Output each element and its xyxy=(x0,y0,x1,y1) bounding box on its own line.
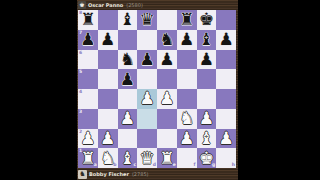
file-label-c: c xyxy=(134,163,137,168)
square-d7[interactable] xyxy=(137,30,157,50)
black-pawn-b7: ♟ xyxy=(98,30,118,50)
square-e6[interactable]: ♟ xyxy=(157,50,177,70)
white-queen-d1: ♛ xyxy=(137,148,157,168)
square-c1[interactable]: c♝ xyxy=(118,148,138,168)
player-bar[interactable]: ♞ Bobby Fischer (2785) xyxy=(77,168,238,180)
square-b2[interactable]: ♟ xyxy=(98,129,118,149)
square-a6[interactable]: 6 xyxy=(78,50,98,70)
opponent-name: Oscar Panno xyxy=(88,2,123,8)
opponent-bar[interactable]: ♚ Oscar Panno (2580) xyxy=(77,0,238,10)
square-a4[interactable]: 4 xyxy=(78,89,98,109)
knight-icon: ♞ xyxy=(78,170,87,179)
king-icon: ♚ xyxy=(78,1,86,9)
rank-label-4: 4 xyxy=(79,90,82,95)
square-e4[interactable]: ♟ xyxy=(157,89,177,109)
white-rook-e1: ♜ xyxy=(157,148,177,168)
black-pawn-a7: ♟ xyxy=(78,30,98,50)
square-h6[interactable] xyxy=(216,50,236,70)
square-e8[interactable] xyxy=(157,10,177,30)
black-bishop-c8: ♝ xyxy=(118,10,138,30)
square-b6[interactable] xyxy=(98,50,118,70)
black-queen-d8: ♛ xyxy=(137,10,157,30)
square-e1[interactable]: e♜ xyxy=(157,148,177,168)
chess-board[interactable]: 8♜♝♛♜♚7♟♟♞♟♝♟6♞♟♟♟5♟4♟♟3♟♞♟2♟♟♟♝♟1a♜b♞c♝… xyxy=(78,10,236,168)
player-name: Bobby Fischer xyxy=(89,171,129,177)
rank-label-5: 5 xyxy=(79,70,82,75)
square-h5[interactable] xyxy=(216,69,236,89)
white-pawn-b2: ♟ xyxy=(98,129,118,149)
square-d6[interactable]: ♟ xyxy=(137,50,157,70)
black-pawn-e6: ♟ xyxy=(157,50,177,70)
square-d4[interactable]: ♟ xyxy=(137,89,157,109)
black-king-g8: ♚ xyxy=(197,10,217,30)
square-b4[interactable] xyxy=(98,89,118,109)
file-label-g: g xyxy=(212,163,215,168)
rank-label-7: 7 xyxy=(79,31,82,36)
player-rating: (2785) xyxy=(132,171,149,177)
black-rook-a8: ♜ xyxy=(78,10,98,30)
square-h3[interactable] xyxy=(216,109,236,129)
file-label-b: b xyxy=(113,163,116,168)
square-g5[interactable] xyxy=(197,69,217,89)
rank-label-2: 2 xyxy=(79,130,82,135)
square-g8[interactable]: ♚ xyxy=(197,10,217,30)
square-c8[interactable]: ♝ xyxy=(118,10,138,30)
square-a1[interactable]: 1a♜ xyxy=(78,148,98,168)
opponent-rating: (2580) xyxy=(126,2,143,8)
square-b7[interactable]: ♟ xyxy=(98,30,118,50)
white-knight-f3: ♞ xyxy=(177,109,197,129)
square-d1[interactable]: d♛ xyxy=(137,148,157,168)
black-pawn-g6: ♟ xyxy=(197,50,217,70)
file-label-e: e xyxy=(173,163,176,168)
black-knight-e7: ♞ xyxy=(157,30,177,50)
square-d3[interactable] xyxy=(137,109,157,129)
white-knight-b1: ♞ xyxy=(98,148,118,168)
square-c6[interactable]: ♞ xyxy=(118,50,138,70)
square-a2[interactable]: 2♟ xyxy=(78,129,98,149)
square-d5[interactable] xyxy=(137,69,157,89)
white-pawn-f2: ♟ xyxy=(177,129,197,149)
square-f2[interactable]: ♟ xyxy=(177,129,197,149)
game-panel: ♚ Oscar Panno (2580) 8♜♝♛♜♚7♟♟♞♟♝♟6♞♟♟♟5… xyxy=(77,0,238,180)
black-pawn-d6: ♟ xyxy=(137,50,157,70)
square-c2[interactable] xyxy=(118,129,138,149)
square-d8[interactable]: ♛ xyxy=(137,10,157,30)
square-c7[interactable] xyxy=(118,30,138,50)
square-a7[interactable]: 7♟ xyxy=(78,30,98,50)
white-pawn-d4: ♟ xyxy=(137,89,157,109)
square-g1[interactable]: g♚ xyxy=(197,148,217,168)
square-f8[interactable]: ♜ xyxy=(177,10,197,30)
rank-label-6: 6 xyxy=(79,51,82,56)
black-pawn-h7: ♟ xyxy=(216,30,236,50)
square-b5[interactable] xyxy=(98,69,118,89)
square-f1[interactable]: f xyxy=(177,148,197,168)
square-g7[interactable]: ♝ xyxy=(197,30,217,50)
black-bishop-g7: ♝ xyxy=(197,30,217,50)
square-c5[interactable]: ♟ xyxy=(118,69,138,89)
black-rook-f8: ♜ xyxy=(177,10,197,30)
square-b3[interactable] xyxy=(98,109,118,129)
square-e7[interactable]: ♞ xyxy=(157,30,177,50)
rank-label-1: 1 xyxy=(79,149,82,154)
white-rook-a1: ♜ xyxy=(78,148,98,168)
square-e5[interactable] xyxy=(157,69,177,89)
file-label-d: d xyxy=(153,163,156,168)
white-pawn-h2: ♟ xyxy=(216,129,236,149)
white-king-g1: ♚ xyxy=(197,148,217,168)
square-f6[interactable] xyxy=(177,50,197,70)
square-h2[interactable]: ♟ xyxy=(216,129,236,149)
square-c4[interactable] xyxy=(118,89,138,109)
square-f4[interactable] xyxy=(177,89,197,109)
square-b1[interactable]: b♞ xyxy=(98,148,118,168)
app-screen: ♚ Oscar Panno (2580) 8♜♝♛♜♚7♟♟♞♟♝♟6♞♟♟♟5… xyxy=(0,0,320,180)
square-a3[interactable]: 3 xyxy=(78,109,98,129)
black-pawn-c5: ♟ xyxy=(118,69,138,89)
square-h8[interactable] xyxy=(216,10,236,30)
square-d2[interactable] xyxy=(137,129,157,149)
square-a8[interactable]: 8♜ xyxy=(78,10,98,30)
white-pawn-c3: ♟ xyxy=(118,109,138,129)
square-f5[interactable] xyxy=(177,69,197,89)
square-g6[interactable]: ♟ xyxy=(197,50,217,70)
square-g4[interactable] xyxy=(197,89,217,109)
black-knight-c6: ♞ xyxy=(118,50,138,70)
square-g3[interactable]: ♟ xyxy=(197,109,217,129)
white-pawn-e4: ♟ xyxy=(157,89,177,109)
white-pawn-g3: ♟ xyxy=(197,109,217,129)
white-bishop-c1: ♝ xyxy=(118,148,138,168)
square-e2[interactable] xyxy=(157,129,177,149)
file-label-a: a xyxy=(94,163,97,168)
rank-label-3: 3 xyxy=(79,110,82,115)
square-f7[interactable]: ♟ xyxy=(177,30,197,50)
square-h1[interactable]: h xyxy=(216,148,236,168)
black-pawn-f7: ♟ xyxy=(177,30,197,50)
file-label-f: f xyxy=(194,163,196,168)
white-pawn-a2: ♟ xyxy=(78,129,98,149)
white-bishop-g2: ♝ xyxy=(197,129,217,149)
square-e3[interactable] xyxy=(157,109,177,129)
square-h7[interactable]: ♟ xyxy=(216,30,236,50)
square-b8[interactable] xyxy=(98,10,118,30)
file-label-h: h xyxy=(232,163,235,168)
square-f3[interactable]: ♞ xyxy=(177,109,197,129)
rank-label-8: 8 xyxy=(79,11,82,16)
square-g2[interactable]: ♝ xyxy=(197,129,217,149)
square-a5[interactable]: 5 xyxy=(78,69,98,89)
square-c3[interactable]: ♟ xyxy=(118,109,138,129)
square-h4[interactable] xyxy=(216,89,236,109)
